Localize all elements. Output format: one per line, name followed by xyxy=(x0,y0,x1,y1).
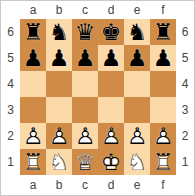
piece-white-queen: ♛♕ xyxy=(73,150,97,174)
file-label-top-c: c xyxy=(72,1,98,19)
piece-white-pawn: ♟♙ xyxy=(125,124,149,148)
piece-white-pawn-outline: ♙ xyxy=(21,124,45,148)
square-a4[interactable] xyxy=(20,71,46,97)
square-e1[interactable]: ♞♘ xyxy=(124,149,150,175)
square-a2[interactable]: ♟♙ xyxy=(20,123,46,149)
rank-label-left-6: 6 xyxy=(1,19,20,45)
file-label-top-d: d xyxy=(98,1,124,19)
square-f2[interactable]: ♟♙ xyxy=(150,123,176,149)
rank-label-right-5: 5 xyxy=(176,45,194,71)
piece-black-rook: ♜ xyxy=(153,21,174,44)
square-b5[interactable]: ♟ xyxy=(46,45,72,71)
piece-white-pawn: ♟♙ xyxy=(21,124,45,148)
file-label-bottom-e: e xyxy=(124,175,150,195)
piece-black-knight: ♞ xyxy=(49,21,70,44)
file-label-top-e: e xyxy=(124,1,150,19)
piece-black-rook: ♜ xyxy=(23,21,44,44)
square-c6[interactable]: ♛ xyxy=(72,19,98,45)
piece-black-pawn: ♟ xyxy=(23,47,44,70)
piece-black-king: ♚ xyxy=(101,21,122,44)
piece-white-rook: ♜♖ xyxy=(151,150,175,174)
square-a6[interactable]: ♜ xyxy=(20,19,46,45)
piece-black-pawn: ♟ xyxy=(127,47,148,70)
piece-black-knight: ♞ xyxy=(127,21,148,44)
file-label-bottom-c: c xyxy=(72,175,98,195)
rank-label-left-2: 2 xyxy=(1,123,20,149)
square-f1[interactable]: ♜♖ xyxy=(150,149,176,175)
square-b1[interactable]: ♞♘ xyxy=(46,149,72,175)
piece-black-pawn: ♟ xyxy=(153,47,174,70)
square-e2[interactable]: ♟♙ xyxy=(124,123,150,149)
piece-white-pawn: ♟♙ xyxy=(73,124,97,148)
square-c5[interactable]: ♟ xyxy=(72,45,98,71)
piece-white-knight: ♞♘ xyxy=(47,150,71,174)
piece-white-pawn-outline: ♙ xyxy=(125,124,149,148)
rank-label-right-2: 2 xyxy=(176,123,194,149)
file-label-top-f: f xyxy=(150,1,176,19)
square-b6[interactable]: ♞ xyxy=(46,19,72,45)
file-label-top-b: b xyxy=(46,1,72,19)
square-c3[interactable] xyxy=(72,97,98,123)
piece-white-pawn: ♟♙ xyxy=(151,124,175,148)
square-d2[interactable]: ♟♙ xyxy=(98,123,124,149)
piece-white-rook-outline: ♖ xyxy=(21,150,45,174)
square-d3[interactable] xyxy=(98,97,124,123)
square-d4[interactable] xyxy=(98,71,124,97)
rank-label-left-4: 4 xyxy=(1,71,20,97)
piece-white-knight: ♞♘ xyxy=(125,150,149,174)
corner-top-right xyxy=(176,1,194,19)
rank-label-right-6: 6 xyxy=(176,19,194,45)
piece-white-pawn: ♟♙ xyxy=(47,124,71,148)
square-a5[interactable]: ♟ xyxy=(20,45,46,71)
piece-white-pawn-outline: ♙ xyxy=(99,124,123,148)
corner-bottom-left xyxy=(1,175,20,195)
square-f6[interactable]: ♜ xyxy=(150,19,176,45)
square-d6[interactable]: ♚ xyxy=(98,19,124,45)
rank-label-left-1: 1 xyxy=(1,149,20,175)
piece-black-pawn: ♟ xyxy=(49,47,70,70)
piece-white-pawn-outline: ♙ xyxy=(151,124,175,148)
square-b2[interactable]: ♟♙ xyxy=(46,123,72,149)
file-label-bottom-d: d xyxy=(98,175,124,195)
rank-label-right-4: 4 xyxy=(176,71,194,97)
piece-white-pawn-outline: ♙ xyxy=(47,124,71,148)
file-label-top-a: a xyxy=(20,1,46,19)
rank-label-left-3: 3 xyxy=(1,97,20,123)
rank-label-right-3: 3 xyxy=(176,97,194,123)
piece-white-knight-outline: ♘ xyxy=(47,150,71,174)
square-e4[interactable] xyxy=(124,71,150,97)
square-f4[interactable] xyxy=(150,71,176,97)
piece-black-pawn: ♟ xyxy=(101,47,122,70)
file-label-bottom-b: b xyxy=(46,175,72,195)
square-f5[interactable]: ♟ xyxy=(150,45,176,71)
file-label-bottom-a: a xyxy=(20,175,46,195)
piece-black-queen: ♛ xyxy=(75,21,96,44)
piece-white-pawn: ♟♙ xyxy=(99,124,123,148)
square-f3[interactable] xyxy=(150,97,176,123)
square-c2[interactable]: ♟♙ xyxy=(72,123,98,149)
square-d5[interactable]: ♟ xyxy=(98,45,124,71)
chess-diagram: abcdef6♜♞♛♚♞♜65♟♟♟♟♟♟544332♟♙♟♙♟♙♟♙♟♙♟♙2… xyxy=(0,0,195,196)
piece-white-king: ♚♔ xyxy=(99,150,123,174)
square-a3[interactable] xyxy=(20,97,46,123)
square-e3[interactable] xyxy=(124,97,150,123)
square-d1[interactable]: ♚♔ xyxy=(98,149,124,175)
piece-white-queen-outline: ♕ xyxy=(73,150,97,174)
square-c4[interactable] xyxy=(72,71,98,97)
piece-white-rook: ♜♖ xyxy=(21,150,45,174)
rank-label-left-5: 5 xyxy=(1,45,20,71)
square-b4[interactable] xyxy=(46,71,72,97)
square-b3[interactable] xyxy=(46,97,72,123)
square-a1[interactable]: ♜♖ xyxy=(20,149,46,175)
square-e5[interactable]: ♟ xyxy=(124,45,150,71)
piece-white-rook-outline: ♖ xyxy=(151,150,175,174)
file-label-bottom-f: f xyxy=(150,175,176,195)
piece-white-pawn-outline: ♙ xyxy=(73,124,97,148)
piece-black-pawn: ♟ xyxy=(75,47,96,70)
rank-label-right-1: 1 xyxy=(176,149,194,175)
piece-white-king-outline: ♔ xyxy=(99,150,123,174)
square-e6[interactable]: ♞ xyxy=(124,19,150,45)
corner-top-left xyxy=(1,1,20,19)
square-c1[interactable]: ♛♕ xyxy=(72,149,98,175)
corner-bottom-right xyxy=(176,175,194,195)
piece-white-knight-outline: ♘ xyxy=(125,150,149,174)
